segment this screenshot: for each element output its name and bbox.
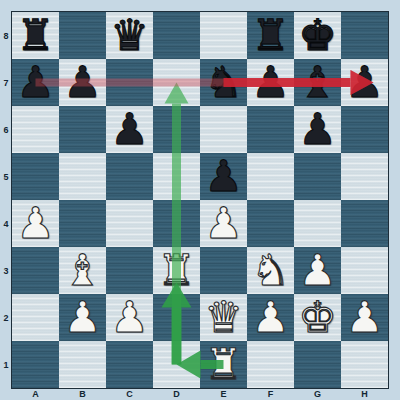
square-h8[interactable] <box>341 12 388 59</box>
square-g2[interactable]: ♚ <box>294 294 341 341</box>
square-h6[interactable] <box>341 106 388 153</box>
rank-label-3: 3 <box>0 247 12 294</box>
square-d8[interactable] <box>153 12 200 59</box>
file-label-g: G <box>294 388 341 400</box>
square-a8[interactable]: ♜ <box>12 12 59 59</box>
square-b4[interactable] <box>59 200 106 247</box>
piece-white-queen-e2[interactable]: ♛ <box>204 294 243 341</box>
square-b7[interactable]: ♟ <box>59 59 106 106</box>
square-a7[interactable]: ♟ <box>12 59 59 106</box>
piece-white-rook-e1[interactable]: ♜ <box>204 341 243 388</box>
square-h4[interactable] <box>341 200 388 247</box>
piece-black-pawn-b7[interactable]: ♟ <box>63 59 102 106</box>
piece-black-queen-c8[interactable]: ♛ <box>110 12 149 59</box>
square-g8[interactable]: ♚ <box>294 12 341 59</box>
square-c4[interactable] <box>106 200 153 247</box>
square-b3[interactable]: ♝ <box>59 247 106 294</box>
square-h1[interactable] <box>341 341 388 388</box>
file-label-f: F <box>247 388 294 400</box>
square-a2[interactable] <box>12 294 59 341</box>
square-f7[interactable]: ♟ <box>247 59 294 106</box>
square-d6[interactable] <box>153 106 200 153</box>
square-h7[interactable]: ♟ <box>341 59 388 106</box>
square-e7[interactable]: ♞ <box>200 59 247 106</box>
square-d3[interactable]: ♜ <box>153 247 200 294</box>
square-b8[interactable] <box>59 12 106 59</box>
piece-black-rook-a8[interactable]: ♜ <box>16 12 55 59</box>
piece-white-king-g2[interactable]: ♚ <box>298 294 337 341</box>
piece-white-pawn-a4[interactable]: ♟ <box>16 200 55 247</box>
square-d5[interactable] <box>153 153 200 200</box>
piece-black-pawn-c6[interactable]: ♟ <box>110 106 149 153</box>
square-d7[interactable] <box>153 59 200 106</box>
square-e5[interactable]: ♟ <box>200 153 247 200</box>
square-b1[interactable] <box>59 341 106 388</box>
square-d1[interactable] <box>153 341 200 388</box>
rank-label-7: 7 <box>0 59 12 106</box>
square-c2[interactable]: ♟ <box>106 294 153 341</box>
piece-black-rook-f8[interactable]: ♜ <box>251 12 290 59</box>
square-b5[interactable] <box>59 153 106 200</box>
rank-label-8: 8 <box>0 12 12 59</box>
piece-black-pawn-h7[interactable]: ♟ <box>345 59 384 106</box>
square-e4[interactable]: ♟ <box>200 200 247 247</box>
rank-label-1: 1 <box>0 341 12 388</box>
file-label-c: C <box>106 388 153 400</box>
file-label-h: H <box>341 388 388 400</box>
square-b6[interactable] <box>59 106 106 153</box>
square-a4[interactable]: ♟ <box>12 200 59 247</box>
square-f2[interactable]: ♟ <box>247 294 294 341</box>
square-g4[interactable] <box>294 200 341 247</box>
piece-black-pawn-g6[interactable]: ♟ <box>298 106 337 153</box>
piece-black-king-g8[interactable]: ♚ <box>298 12 337 59</box>
square-g7[interactable]: ♝ <box>294 59 341 106</box>
piece-black-bishop-g7[interactable]: ♝ <box>298 59 337 106</box>
square-f1[interactable] <box>247 341 294 388</box>
square-e3[interactable] <box>200 247 247 294</box>
square-h3[interactable] <box>341 247 388 294</box>
rank-label-4: 4 <box>0 200 12 247</box>
square-e1[interactable]: ♜ <box>200 341 247 388</box>
square-f3[interactable]: ♞ <box>247 247 294 294</box>
piece-white-pawn-h2[interactable]: ♟ <box>345 294 384 341</box>
square-h5[interactable] <box>341 153 388 200</box>
piece-white-rook-d3[interactable]: ♜ <box>157 247 196 294</box>
piece-black-knight-e7[interactable]: ♞ <box>204 59 243 106</box>
square-f5[interactable] <box>247 153 294 200</box>
square-d4[interactable] <box>153 200 200 247</box>
square-f6[interactable] <box>247 106 294 153</box>
square-c1[interactable] <box>106 341 153 388</box>
piece-white-pawn-f2[interactable]: ♟ <box>251 294 290 341</box>
square-c6[interactable]: ♟ <box>106 106 153 153</box>
square-a3[interactable] <box>12 247 59 294</box>
square-a1[interactable] <box>12 341 59 388</box>
square-e8[interactable] <box>200 12 247 59</box>
rank-label-6: 6 <box>0 106 12 153</box>
piece-white-knight-f3[interactable]: ♞ <box>251 247 290 294</box>
rank-label-2: 2 <box>0 294 12 341</box>
square-e6[interactable] <box>200 106 247 153</box>
piece-white-pawn-e4[interactable]: ♟ <box>204 200 243 247</box>
piece-black-pawn-a7[interactable]: ♟ <box>16 59 55 106</box>
square-a5[interactable] <box>12 153 59 200</box>
square-d2[interactable] <box>153 294 200 341</box>
piece-white-pawn-c2[interactable]: ♟ <box>110 294 149 341</box>
piece-white-pawn-g3[interactable]: ♟ <box>298 247 337 294</box>
chess-analysis-board: 87654321 ♜♛♜♚♟♟♞♟♝♟♟♟♟♟♟♝♜♞♟♟♟♛♟♚♟♜ ABCD… <box>0 0 400 400</box>
piece-black-pawn-e5[interactable]: ♟ <box>204 153 243 200</box>
square-c7[interactable] <box>106 59 153 106</box>
square-h2[interactable]: ♟ <box>341 294 388 341</box>
piece-black-pawn-f7[interactable]: ♟ <box>251 59 290 106</box>
square-g1[interactable] <box>294 341 341 388</box>
piece-white-pawn-b2[interactable]: ♟ <box>63 294 102 341</box>
rank-labels: 87654321 <box>0 12 12 388</box>
chess-board[interactable]: ♜♛♜♚♟♟♞♟♝♟♟♟♟♟♟♝♜♞♟♟♟♛♟♚♟♜ <box>12 12 388 388</box>
file-label-d: D <box>153 388 200 400</box>
file-label-a: A <box>12 388 59 400</box>
square-b2[interactable]: ♟ <box>59 294 106 341</box>
square-c3[interactable] <box>106 247 153 294</box>
square-c8[interactable]: ♛ <box>106 12 153 59</box>
square-g3[interactable]: ♟ <box>294 247 341 294</box>
square-e2[interactable]: ♛ <box>200 294 247 341</box>
square-f8[interactable]: ♜ <box>247 12 294 59</box>
square-g5[interactable] <box>294 153 341 200</box>
file-labels: ABCDEFGH <box>12 388 388 400</box>
square-a6[interactable] <box>12 106 59 153</box>
square-c5[interactable] <box>106 153 153 200</box>
file-label-b: B <box>59 388 106 400</box>
square-g6[interactable]: ♟ <box>294 106 341 153</box>
file-label-e: E <box>200 388 247 400</box>
piece-white-bishop-b3[interactable]: ♝ <box>63 247 102 294</box>
square-f4[interactable] <box>247 200 294 247</box>
rank-label-5: 5 <box>0 153 12 200</box>
